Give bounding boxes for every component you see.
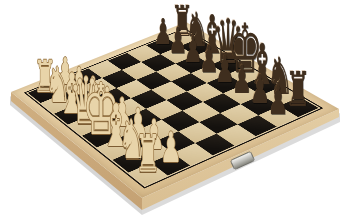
board-grid [28, 30, 319, 186]
wooden-chess-set-photo: ♜♞♝♛♚♝♞♜♟♟♟♟♟♟♟♟♟♟♟♟♟♟♟♟♜♞♝♛♚♝♞♜ [0, 0, 354, 221]
playing-field [24, 28, 323, 188]
chess-board [11, 22, 339, 198]
